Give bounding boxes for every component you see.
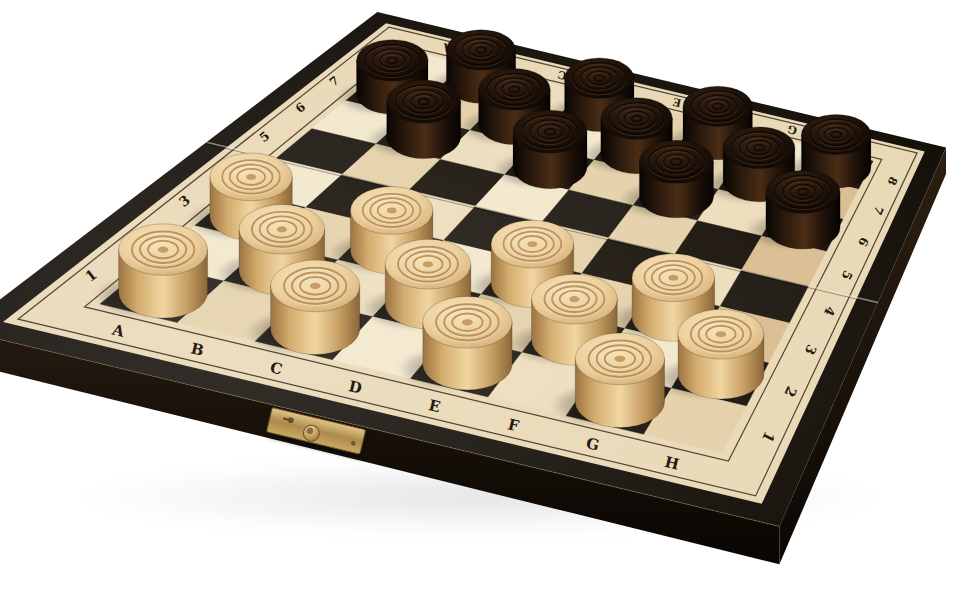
board-svg: AA11BB22CC33DD44EE55FF66GG77HH88 bbox=[0, 0, 968, 606]
product-photo-stage: AA11BB22CC33DD44EE55FF66GG77HH88 bbox=[0, 0, 968, 606]
checkers-board-photo: AA11BB22CC33DD44EE55FF66GG77HH88 bbox=[0, 0, 968, 606]
